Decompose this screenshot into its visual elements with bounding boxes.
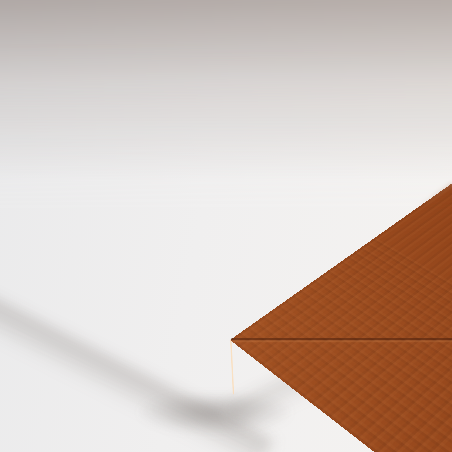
photo-background: [0, 0, 452, 452]
frame-grain: [0, 0, 378, 340]
frame-grain: [230, 0, 452, 452]
chess-board: [0, 0, 452, 340]
perspective-scene: [0, 0, 452, 452]
playing-field: [0, 0, 452, 340]
board-square: [0, 0, 452, 452]
wood-grain-overlay: [0, 0, 452, 340]
board-square: [0, 0, 452, 452]
board-square: [0, 0, 452, 452]
board-square: [0, 0, 452, 452]
board-square: [0, 0, 452, 452]
photo-softness-wrap: [0, 0, 452, 452]
frame-miter-joint: [231, 338, 452, 340]
board-left-edge: [230, 0, 452, 395]
